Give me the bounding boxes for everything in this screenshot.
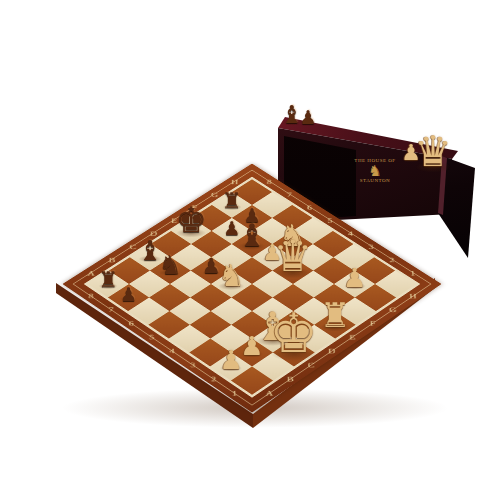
file-label-far-B: B bbox=[105, 255, 119, 264]
rank-label-far-4: 4 bbox=[343, 228, 357, 237]
file-label-far-A: A bbox=[84, 268, 98, 277]
file-label-far-H: H bbox=[228, 177, 242, 186]
rank-label-far-5: 5 bbox=[323, 215, 337, 224]
rank-label-near-2: 2 bbox=[206, 374, 220, 384]
rank-label-near-7: 7 bbox=[103, 304, 117, 313]
rank-label-near-6: 6 bbox=[124, 318, 138, 327]
chess-board: AA11BB22CC33DD44EE55FF66GG77HH88 bbox=[62, 164, 441, 413]
file-label-far-E: E bbox=[167, 215, 181, 224]
rank-label-far-3: 3 bbox=[364, 242, 378, 251]
file-label-near-G: G bbox=[386, 304, 400, 313]
rank-label-far-6: 6 bbox=[302, 203, 316, 212]
rank-label-near-8: 8 bbox=[83, 291, 97, 300]
file-label-near-E: E bbox=[346, 332, 360, 341]
file-label-far-G: G bbox=[208, 190, 222, 199]
rank-label-far-2: 2 bbox=[384, 255, 398, 264]
rank-label-near-4: 4 bbox=[165, 346, 179, 356]
file-label-near-D: D bbox=[325, 346, 339, 356]
rank-label-far-8: 8 bbox=[262, 177, 276, 186]
rank-label-near-3: 3 bbox=[185, 360, 199, 370]
chess-board-scene: AA11BB22CC33DD44EE55FF66GG77HH88 bbox=[118, 150, 386, 418]
file-label-far-D: D bbox=[147, 228, 161, 237]
board-grid bbox=[84, 177, 421, 398]
product-photo: THE HOUSE OF ♞ STAUNTON AA11BB22CC33DD44… bbox=[0, 0, 500, 500]
file-label-near-B: B bbox=[284, 374, 298, 384]
rank-label-near-5: 5 bbox=[144, 332, 158, 341]
rank-label-far-1: 1 bbox=[405, 268, 419, 277]
file-label-near-A: A bbox=[263, 388, 277, 398]
file-label-far-C: C bbox=[126, 242, 140, 251]
file-label-near-F: F bbox=[366, 318, 380, 327]
file-label-near-H: H bbox=[406, 291, 420, 300]
rank-label-near-1: 1 bbox=[227, 388, 241, 398]
file-label-near-C: C bbox=[304, 360, 318, 370]
file-label-far-F: F bbox=[188, 203, 202, 212]
rank-label-far-7: 7 bbox=[282, 190, 296, 199]
